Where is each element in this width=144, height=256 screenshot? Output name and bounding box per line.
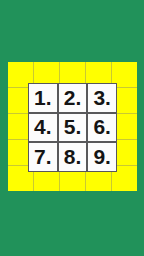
number-tile-8[interactable]: 8.: [58, 142, 88, 172]
number-tile-7[interactable]: 7.: [28, 142, 58, 172]
number-tile-grid: 1. 2. 3. 4. 5. 6. 7. 8. 9.: [28, 83, 117, 172]
number-tile-2[interactable]: 2.: [58, 83, 88, 113]
number-tile-9[interactable]: 9.: [87, 142, 117, 172]
number-tile-6[interactable]: 6.: [87, 113, 117, 143]
number-tile-4[interactable]: 4.: [28, 113, 58, 143]
number-tile-3[interactable]: 3.: [87, 83, 117, 113]
number-tile-5[interactable]: 5.: [58, 113, 88, 143]
game-screen: 1. 2. 3. 4. 5. 6. 7. 8. 9.: [0, 0, 144, 256]
number-tile-1[interactable]: 1.: [28, 83, 58, 113]
